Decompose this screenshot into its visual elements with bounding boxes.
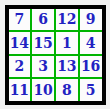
- page: 76129141514231316111085: [0, 0, 110, 109]
- cell-r3c4: 16: [80, 56, 102, 78]
- cell-r4c4: 5: [80, 79, 102, 101]
- cell-r2c3: 1: [56, 32, 78, 54]
- cell-r2c2: 15: [32, 32, 54, 54]
- cell-r1c4: 9: [80, 9, 102, 31]
- cell-r4c2: 10: [32, 79, 54, 101]
- cell-r2c1: 14: [9, 32, 31, 54]
- cell-r1c1: 7: [9, 9, 31, 31]
- cell-r3c1: 2: [9, 56, 31, 78]
- cell-r2c4: 4: [80, 32, 102, 54]
- cell-r4c1: 11: [9, 79, 31, 101]
- number-grid-board: 76129141514231316111085: [5, 5, 106, 105]
- cell-r1c3: 12: [56, 9, 78, 31]
- cell-r1c2: 6: [32, 9, 54, 31]
- cell-r4c3: 8: [56, 79, 78, 101]
- cell-r3c2: 3: [32, 56, 54, 78]
- cell-r3c3: 13: [56, 56, 78, 78]
